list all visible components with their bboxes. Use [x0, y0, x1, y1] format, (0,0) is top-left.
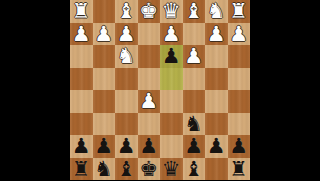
chess-board: ♜♝♚♛♝♞♜♟♟♟♟♟♟♞♟♟♟♞♟♟♟♟♟♟♟♜♞♝♚♛♝♜ — [70, 0, 250, 180]
white-pawn[interactable]: ♟ — [94, 23, 113, 46]
square-d5[interactable] — [160, 90, 183, 113]
white-rook[interactable]: ♜ — [72, 0, 91, 23]
square-e4[interactable] — [138, 68, 161, 91]
square-g1[interactable] — [93, 0, 116, 23]
chess-app-screenshot: ♜♝♚♛♝♞♜♟♟♟♟♟♟♞♟♟♟♞♟♟♟♟♟♟♟♜♞♝♚♛♝♜ — [0, 0, 320, 180]
square-b4[interactable] — [205, 68, 228, 91]
white-knight[interactable]: ♞ — [117, 45, 136, 68]
white-pawn[interactable]: ♟ — [162, 23, 181, 46]
square-g6[interactable] — [93, 113, 116, 136]
black-pawn[interactable]: ♟ — [162, 45, 181, 68]
black-pawn[interactable]: ♟ — [229, 135, 248, 158]
square-a2[interactable]: ♟ — [228, 23, 251, 46]
black-pawn[interactable]: ♟ — [207, 135, 226, 158]
square-h7[interactable]: ♟ — [70, 135, 93, 158]
square-d6[interactable] — [160, 113, 183, 136]
square-f8[interactable]: ♝ — [115, 158, 138, 181]
black-bishop[interactable]: ♝ — [184, 158, 203, 181]
black-knight[interactable]: ♞ — [94, 158, 113, 181]
square-d1[interactable]: ♛ — [160, 0, 183, 23]
square-c4[interactable] — [183, 68, 206, 91]
square-b7[interactable]: ♟ — [205, 135, 228, 158]
square-e8[interactable]: ♚ — [138, 158, 161, 181]
square-f1[interactable]: ♝ — [115, 0, 138, 23]
square-h5[interactable] — [70, 90, 93, 113]
square-e6[interactable] — [138, 113, 161, 136]
square-h8[interactable]: ♜ — [70, 158, 93, 181]
black-knight[interactable]: ♞ — [184, 113, 203, 136]
white-rook[interactable]: ♜ — [229, 0, 248, 23]
white-pawn[interactable]: ♟ — [207, 23, 226, 46]
square-a3[interactable] — [228, 45, 251, 68]
square-g3[interactable] — [93, 45, 116, 68]
square-a7[interactable]: ♟ — [228, 135, 251, 158]
square-d4[interactable] — [160, 68, 183, 91]
square-e5[interactable]: ♟ — [138, 90, 161, 113]
square-h4[interactable] — [70, 68, 93, 91]
letterbox-right — [250, 0, 320, 180]
square-g8[interactable]: ♞ — [93, 158, 116, 181]
square-f5[interactable] — [115, 90, 138, 113]
black-pawn[interactable]: ♟ — [72, 135, 91, 158]
black-king[interactable]: ♚ — [139, 158, 158, 181]
square-h6[interactable] — [70, 113, 93, 136]
square-g5[interactable] — [93, 90, 116, 113]
square-f4[interactable] — [115, 68, 138, 91]
square-e1[interactable]: ♚ — [138, 0, 161, 23]
square-b3[interactable] — [205, 45, 228, 68]
square-f7[interactable]: ♟ — [115, 135, 138, 158]
square-h3[interactable] — [70, 45, 93, 68]
white-knight[interactable]: ♞ — [207, 0, 226, 23]
black-rook[interactable]: ♜ — [72, 158, 91, 181]
white-king[interactable]: ♚ — [139, 0, 158, 23]
white-queen[interactable]: ♛ — [162, 0, 181, 23]
square-a5[interactable] — [228, 90, 251, 113]
square-c6[interactable]: ♞ — [183, 113, 206, 136]
square-c2[interactable] — [183, 23, 206, 46]
square-c5[interactable] — [183, 90, 206, 113]
square-b5[interactable] — [205, 90, 228, 113]
square-b1[interactable]: ♞ — [205, 0, 228, 23]
white-pawn[interactable]: ♟ — [229, 23, 248, 46]
square-e7[interactable]: ♟ — [138, 135, 161, 158]
white-pawn[interactable]: ♟ — [184, 45, 203, 68]
square-b2[interactable]: ♟ — [205, 23, 228, 46]
square-d3[interactable]: ♟ — [160, 45, 183, 68]
square-f6[interactable] — [115, 113, 138, 136]
black-rook[interactable]: ♜ — [229, 158, 248, 181]
square-c3[interactable]: ♟ — [183, 45, 206, 68]
square-c1[interactable]: ♝ — [183, 0, 206, 23]
white-bishop[interactable]: ♝ — [117, 0, 136, 23]
white-pawn[interactable]: ♟ — [139, 90, 158, 113]
square-a4[interactable] — [228, 68, 251, 91]
black-pawn[interactable]: ♟ — [117, 135, 136, 158]
square-d8[interactable]: ♛ — [160, 158, 183, 181]
black-pawn[interactable]: ♟ — [184, 135, 203, 158]
square-g2[interactable]: ♟ — [93, 23, 116, 46]
square-e2[interactable] — [138, 23, 161, 46]
square-b6[interactable] — [205, 113, 228, 136]
square-g7[interactable]: ♟ — [93, 135, 116, 158]
square-h1[interactable]: ♜ — [70, 0, 93, 23]
square-a6[interactable] — [228, 113, 251, 136]
square-e3[interactable] — [138, 45, 161, 68]
letterbox-left — [0, 0, 70, 180]
square-d2[interactable]: ♟ — [160, 23, 183, 46]
black-bishop[interactable]: ♝ — [117, 158, 136, 181]
square-a1[interactable]: ♜ — [228, 0, 251, 23]
square-f3[interactable]: ♞ — [115, 45, 138, 68]
square-c8[interactable]: ♝ — [183, 158, 206, 181]
square-f2[interactable]: ♟ — [115, 23, 138, 46]
square-g4[interactable] — [93, 68, 116, 91]
square-d7[interactable] — [160, 135, 183, 158]
square-a8[interactable]: ♜ — [228, 158, 251, 181]
black-queen[interactable]: ♛ — [162, 158, 181, 181]
square-b8[interactable] — [205, 158, 228, 181]
square-c7[interactable]: ♟ — [183, 135, 206, 158]
white-pawn[interactable]: ♟ — [72, 23, 91, 46]
square-h2[interactable]: ♟ — [70, 23, 93, 46]
black-pawn[interactable]: ♟ — [94, 135, 113, 158]
white-bishop[interactable]: ♝ — [184, 0, 203, 23]
white-pawn[interactable]: ♟ — [117, 23, 136, 46]
black-pawn[interactable]: ♟ — [139, 135, 158, 158]
